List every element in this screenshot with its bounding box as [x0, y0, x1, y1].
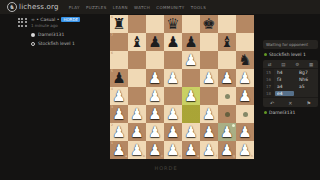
knight-logo-icon: ♞ [7, 2, 17, 12]
square-d1[interactable]: ♟d [164, 141, 182, 159]
white-move[interactable]: f3 [274, 77, 296, 82]
square-g8[interactable] [218, 15, 236, 33]
file-coord: e [197, 155, 199, 158]
square-b7[interactable]: ♝ [128, 33, 146, 51]
square-c7[interactable]: ♟ [146, 33, 164, 51]
white-move[interactable]: a4 [274, 84, 296, 89]
square-c5[interactable]: ♟ [146, 69, 164, 87]
chart-icon[interactable]: ▦ [309, 62, 313, 67]
rank-coord: 8 [111, 16, 113, 19]
square-a1[interactable]: ♟1a [110, 141, 128, 159]
white-move[interactable]: e4 [275, 91, 294, 96]
white-pawn-f3[interactable]: ♟ [200, 105, 218, 123]
nav-item-puzzles[interactable]: Puzzles [86, 5, 107, 10]
game-start-time: 1 minute ago [31, 23, 80, 28]
square-d3[interactable]: ♟ [164, 105, 182, 123]
square-g7[interactable]: ♝ [218, 33, 236, 51]
nav-item-learn[interactable]: Learn [113, 5, 128, 10]
lichess-page: ♞ lichess.org PlayPuzzlesLearnWatchCommu… [0, 0, 320, 180]
rank-coord: 3 [111, 106, 113, 109]
square-d7[interactable]: ♟ [164, 33, 182, 51]
square-c4[interactable]: ♟ [146, 87, 164, 105]
move-dest-dot[interactable] [225, 94, 230, 99]
square-g6[interactable] [218, 51, 236, 69]
move-number: 15 [263, 69, 274, 76]
white-pawn-d5[interactable]: ♟ [164, 69, 182, 87]
premove-sparkle-icon [232, 124, 235, 127]
square-e7[interactable]: ♟ [182, 33, 200, 51]
rank-coord: 1 [111, 142, 113, 145]
file-coord: a [125, 155, 127, 158]
status-message: Waiting for opponent [263, 40, 318, 49]
black-player-name[interactable]: Stockfish level 1 [38, 41, 75, 46]
takeback-icon[interactable]: ↶ [270, 100, 274, 106]
white-pawn-e6[interactable]: ♟ [182, 51, 200, 69]
square-h5[interactable]: ♟ [236, 69, 254, 87]
square-d4[interactable] [164, 87, 182, 105]
nav-item-tools[interactable]: Tools [191, 5, 207, 10]
game-side-panel: Waiting for opponent Stockfish level 1 ⇄… [263, 40, 318, 118]
black-player-row[interactable]: Stockfish level 1 [31, 41, 80, 46]
square-b8[interactable] [128, 15, 146, 33]
resign-flag-icon[interactable]: ⚑ [306, 100, 310, 106]
white-pawn-d3[interactable]: ♟ [164, 105, 182, 123]
black-pawn-c7[interactable]: ♟ [146, 33, 164, 51]
file-coord: b [143, 155, 145, 158]
move-row: 18e4 [263, 90, 318, 97]
square-g5[interactable]: ♟ [218, 69, 236, 87]
game-action-bar: ↶✕⚑ [263, 97, 318, 107]
black-move[interactable]: a5 [296, 84, 318, 89]
move-list: 15h4Bg716f3Nh617a4a518e4 [263, 69, 318, 97]
square-b5[interactable] [128, 69, 146, 87]
square-f5[interactable]: ♟ [200, 69, 218, 87]
square-h8[interactable] [236, 15, 254, 33]
black-bishop-g7[interactable]: ♝ [218, 33, 236, 51]
square-a5[interactable]: ♟5 [110, 69, 128, 87]
square-b1[interactable]: ♟b [128, 141, 146, 159]
opponent-name[interactable]: Stockfish level 1 [269, 52, 306, 57]
move-number: 18 [263, 90, 274, 97]
move-dest-dot[interactable] [243, 112, 248, 117]
square-c2[interactable]: ♟ [146, 123, 164, 141]
white-pawn-h4[interactable]: ♟ [236, 87, 254, 105]
square-h7[interactable] [236, 33, 254, 51]
logo-text: lichess.org [19, 3, 59, 11]
square-a4[interactable]: ♟4 [110, 87, 128, 105]
black-knight-h6[interactable]: ♞ [236, 51, 254, 69]
square-e1[interactable]: ♟e [182, 141, 200, 159]
board[interactable]: ♜8♛♚7♝♟♟♟♝6♟♞♟5♟♟♟♟♟♟4♟♟♟♟3♟♟♟♟♟2♟♟♟♟♟♟♟… [110, 15, 254, 159]
lichess-logo[interactable]: ♞ lichess.org [7, 2, 59, 12]
online-dot-icon [264, 53, 267, 56]
book-icon[interactable]: ▤ [281, 62, 285, 67]
square-c3[interactable]: ♟ [146, 105, 164, 123]
white-pawn-e4[interactable]: ♟ [182, 87, 200, 105]
white-pawn-g5[interactable]: ♟ [218, 69, 236, 87]
black-queen-d8[interactable]: ♛ [164, 15, 182, 33]
nav-item-play[interactable]: Play [69, 5, 80, 10]
square-g3[interactable] [218, 105, 236, 123]
variant-footer-label: HORDE [146, 165, 186, 171]
white-pawn-e2[interactable]: ♟ [182, 123, 200, 141]
gear-icon[interactable]: ⚙ [295, 62, 299, 67]
flip-board-icon[interactable]: ⇄ [268, 62, 272, 67]
white-pawn-b3[interactable]: ♟ [128, 105, 146, 123]
white-pawn-c4[interactable]: ♟ [146, 87, 164, 105]
player-row[interactable]: Darnel3131 [264, 110, 318, 115]
black-king-f8[interactable]: ♚ [200, 15, 218, 33]
white-pawn-b2[interactable]: ♟ [128, 123, 146, 141]
square-b4[interactable] [128, 87, 146, 105]
move-dest-dot[interactable] [225, 112, 230, 117]
square-f1[interactable]: ♟f [200, 141, 218, 159]
black-move[interactable]: Nh6 [296, 77, 318, 82]
move-number: 16 [263, 76, 274, 83]
rank-coord: 2 [111, 124, 113, 127]
square-h6[interactable]: ♞ [236, 51, 254, 69]
square-h3[interactable] [236, 105, 254, 123]
square-a2[interactable]: ♟2 [110, 123, 128, 141]
white-pawn-d2[interactable]: ♟ [164, 123, 182, 141]
black-bishop-b7[interactable]: ♝ [128, 33, 146, 51]
top-nav: ♞ lichess.org PlayPuzzlesLearnWatchCommu… [0, 0, 320, 14]
black-pawn-d7[interactable]: ♟ [164, 33, 182, 51]
square-c1[interactable]: ♟c [146, 141, 164, 159]
abort-icon[interactable]: ✕ [288, 100, 292, 106]
square-a8[interactable]: ♜8 [110, 15, 128, 33]
square-c8[interactable] [146, 15, 164, 33]
square-g1[interactable]: ♟g [218, 141, 236, 159]
square-c6[interactable] [146, 51, 164, 69]
square-b3[interactable]: ♟ [128, 105, 146, 123]
rank-coord: 4 [111, 88, 113, 91]
square-h2[interactable]: ♟ [236, 123, 254, 141]
file-coord: h [251, 155, 253, 158]
square-e3[interactable] [182, 105, 200, 123]
square-e4[interactable]: ♟ [182, 87, 200, 105]
player-name[interactable]: Darnel3131 [269, 110, 295, 115]
square-a7[interactable]: 7 [110, 33, 128, 51]
square-d2[interactable]: ♟ [164, 123, 182, 141]
nav-item-community[interactable]: Community [156, 5, 184, 10]
square-d6[interactable] [164, 51, 182, 69]
square-e8[interactable] [182, 15, 200, 33]
black-move[interactable]: Bg7 [296, 70, 318, 75]
rank-coord: 7 [111, 34, 113, 37]
white-player-row[interactable]: Darnel3131 [31, 32, 80, 37]
square-e2[interactable]: ♟ [182, 123, 200, 141]
square-f3[interactable]: ♟ [200, 105, 218, 123]
file-coord: c [161, 155, 163, 158]
game-mode-label: ∞ • Casual • [31, 17, 59, 22]
variant-link[interactable]: HORDE [61, 17, 80, 22]
rank-coord: 5 [111, 70, 113, 73]
move-row: 16f3Nh6 [263, 76, 318, 83]
square-a3[interactable]: ♟3 [110, 105, 128, 123]
move-list-box: ⇄▤⚙▦ 15h4Bg716f3Nh617a4a518e4 ↶✕⚑ [263, 60, 318, 107]
square-e5[interactable] [182, 69, 200, 87]
nav-items: PlayPuzzlesLearnWatchCommunityTools [69, 5, 206, 10]
square-a6[interactable]: 6 [110, 51, 128, 69]
square-d8[interactable]: ♛ [164, 15, 182, 33]
square-g4[interactable] [218, 87, 236, 105]
square-f8[interactable]: ♚ [200, 15, 218, 33]
square-g2[interactable]: ♟ [218, 123, 236, 141]
file-coord: g [233, 155, 235, 158]
square-h4[interactable]: ♟ [236, 87, 254, 105]
black-disc-icon [31, 42, 35, 46]
file-coord: d [179, 155, 181, 158]
white-pawn-h5[interactable]: ♟ [236, 69, 254, 87]
move-number: 17 [263, 83, 274, 90]
file-coord: f [216, 155, 217, 158]
rank-coord: 6 [111, 52, 113, 55]
square-f2[interactable]: ♟ [200, 123, 218, 141]
white-disc-icon [31, 33, 35, 37]
white-pawn-c5[interactable]: ♟ [146, 69, 164, 87]
square-h1[interactable]: ♟h [236, 141, 254, 159]
white-player-name[interactable]: Darnel3131 [38, 32, 64, 37]
white-pawn-c2[interactable]: ♟ [146, 123, 164, 141]
square-f7[interactable] [200, 33, 218, 51]
variant-grid-icon [18, 18, 27, 27]
square-f4[interactable] [200, 87, 218, 105]
white-move[interactable]: h4 [274, 70, 296, 75]
white-pawn-f5[interactable]: ♟ [200, 69, 218, 87]
white-pawn-f2[interactable]: ♟ [200, 123, 218, 141]
white-pawn-h2[interactable]: ♟ [236, 123, 254, 141]
online-dot-icon [264, 111, 267, 114]
black-pawn-e7[interactable]: ♟ [182, 33, 200, 51]
opponent-row[interactable]: Stockfish level 1 [264, 52, 318, 57]
square-e6[interactable]: ♟ [182, 51, 200, 69]
move-row: 17a4a5 [263, 83, 318, 90]
square-b2[interactable]: ♟ [128, 123, 146, 141]
game-info-panel: ∞ • Casual • HORDE 1 minute ago Darnel31… [18, 17, 106, 46]
analysis-toolbar: ⇄▤⚙▦ [263, 60, 318, 69]
square-d5[interactable]: ♟ [164, 69, 182, 87]
square-f6[interactable] [200, 51, 218, 69]
nav-item-watch[interactable]: Watch [134, 5, 150, 10]
white-pawn-c3[interactable]: ♟ [146, 105, 164, 123]
square-b6[interactable] [128, 51, 146, 69]
move-row: 15h4Bg7 [263, 69, 318, 76]
